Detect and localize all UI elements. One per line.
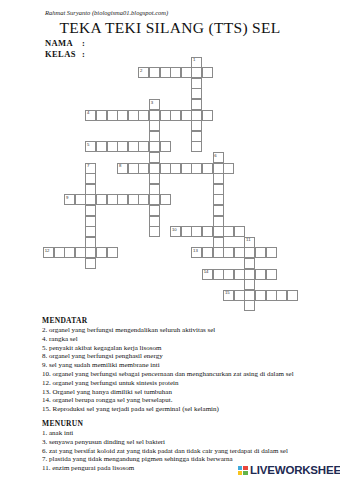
across-clue-list: 2. organel yang berfungsi mengendalikan …: [42, 326, 334, 414]
crossword-cell[interactable]: [266, 290, 277, 301]
crossword-cell[interactable]: [138, 194, 149, 205]
crossword-cell[interactable]: [202, 226, 213, 237]
crossword-cell[interactable]: [191, 141, 202, 152]
liveworksheets-footer: LIVEWORKSHEETS: [238, 465, 340, 476]
crossword-cell[interactable]: [213, 226, 224, 237]
crossword-cell[interactable]: [191, 226, 202, 237]
across-clue-3: 8. organel yang berfungsi penghasil ener…: [42, 352, 334, 361]
crossword-cell[interactable]: [266, 269, 277, 280]
crossword-cell[interactable]: [149, 173, 160, 184]
down-clue-2: 6. zat yang bersifat koloid zat yang tid…: [42, 447, 334, 456]
crossword-cell[interactable]: [244, 300, 255, 311]
crossword-cell[interactable]: [213, 184, 224, 195]
crossword-cell[interactable]: [191, 110, 202, 121]
crossword-cell-3[interactable]: 3: [149, 99, 160, 110]
crossword-cell[interactable]: [213, 163, 224, 174]
clue-number: 12: [45, 248, 50, 253]
clue-number: 3: [151, 100, 153, 105]
crossword-cell[interactable]: [54, 247, 65, 258]
crossword-cell[interactable]: [287, 290, 298, 301]
crossword-cell[interactable]: [255, 247, 266, 258]
crossword-cell[interactable]: [255, 290, 266, 301]
down-clue-0: 1. anak inti: [42, 429, 334, 438]
crossword-cell[interactable]: [213, 205, 224, 216]
crossword-cell[interactable]: [202, 247, 213, 258]
crossword-cell[interactable]: [128, 141, 139, 152]
crossword-cell[interactable]: [96, 247, 107, 258]
crossword-cell[interactable]: [213, 269, 224, 280]
clue-number: 15: [225, 290, 230, 295]
author-byline: Rahmat Suryanto (biologisma01.blogspot.c…: [45, 9, 168, 16]
crossword-cell[interactable]: [191, 88, 202, 99]
clue-number: 9: [66, 195, 68, 200]
across-clue-4: 9. sel yang sudah memiliki membrane inti: [42, 361, 334, 370]
crossword-cell-4[interactable]: 4: [85, 110, 96, 121]
across-heading: MENDATAR: [42, 316, 334, 326]
crossword-cell[interactable]: [160, 110, 171, 121]
crossword-cell[interactable]: [85, 173, 96, 184]
down-heading: MENURUN: [42, 419, 334, 429]
crossword-cell[interactable]: [213, 247, 224, 258]
crossword-cell[interactable]: [160, 67, 171, 78]
across-clues-section: MENDATAR 2. organel yang berfungsi menge…: [42, 316, 334, 414]
crossword-cell[interactable]: [191, 78, 202, 89]
down-clue-3: 7. plastida yang tidak mengandung pigmen…: [42, 455, 334, 464]
clue-number: 5: [87, 142, 89, 147]
crossword-cell[interactable]: [276, 290, 287, 301]
crossword-cell[interactable]: [138, 110, 149, 121]
crossword-cell[interactable]: [160, 141, 171, 152]
crossword-cell[interactable]: [234, 226, 245, 237]
crossword-cell[interactable]: [107, 141, 118, 152]
crossword-cell[interactable]: [85, 258, 96, 269]
crossword-cell-10[interactable]: 10: [170, 226, 181, 237]
crossword-cell-15[interactable]: 15: [223, 290, 234, 301]
crossword-cell[interactable]: [75, 247, 86, 258]
crossword-cell[interactable]: [149, 184, 160, 195]
icon-square: [238, 466, 242, 470]
crossword-cell-2[interactable]: 2: [138, 67, 149, 78]
crossword-cell[interactable]: [138, 141, 149, 152]
crossword-cell[interactable]: [234, 247, 245, 258]
crossword-cell[interactable]: [160, 163, 171, 174]
crossword-cell[interactable]: [202, 163, 213, 174]
crossword-cell[interactable]: [191, 67, 202, 78]
clue-number: 10: [172, 227, 177, 232]
crossword-cell[interactable]: [117, 194, 128, 205]
crossword-cell[interactable]: [213, 173, 224, 184]
crossword-cell[interactable]: [202, 110, 213, 121]
crossword-cell[interactable]: [170, 110, 181, 121]
crossword-cell[interactable]: [138, 163, 149, 174]
icon-square: [243, 471, 247, 475]
across-clue-7: 13. Organel yang hanya dimiliki sel tumb…: [42, 388, 334, 397]
clue-number: 1: [193, 57, 195, 62]
crossword-cell[interactable]: [128, 110, 139, 121]
crossword-cell[interactable]: [223, 269, 234, 280]
crossword-cell-9[interactable]: 9: [64, 194, 75, 205]
crossword-cell[interactable]: [191, 163, 202, 174]
crossword-cell[interactable]: [96, 141, 107, 152]
crossword-cell[interactable]: [149, 110, 160, 121]
crossword-cell[interactable]: [128, 163, 139, 174]
across-clue-8: 14. organel berupa rongga sel yang berse…: [42, 396, 334, 405]
crossword-cell[interactable]: [85, 194, 96, 205]
crossword-cell[interactable]: [191, 131, 202, 142]
crossword-cell[interactable]: [191, 99, 202, 110]
clue-number: 14: [204, 269, 209, 274]
clue-number: 11: [246, 237, 250, 242]
crossword-cell[interactable]: [128, 194, 139, 205]
crossword-cell[interactable]: [160, 194, 171, 205]
across-clue-5: 10. organel yang berfungsi sebagai pence…: [42, 370, 334, 379]
crossword-cell[interactable]: [170, 163, 181, 174]
crossword-cell[interactable]: [149, 194, 160, 205]
icon-square: [243, 466, 247, 470]
crossword-cell[interactable]: [244, 258, 255, 269]
crossword-cell-1[interactable]: 1: [191, 57, 202, 68]
crossword-cell[interactable]: [149, 216, 160, 227]
crossword-cell[interactable]: [149, 120, 160, 131]
crossword-cell-8[interactable]: 8: [117, 163, 128, 174]
page-title: TEKA TEKI SILANG (TTS) SEL: [0, 19, 340, 37]
clue-number: 8: [119, 163, 121, 168]
crossword-cell-12[interactable]: 12: [43, 247, 54, 258]
crossword-cell[interactable]: [107, 194, 118, 205]
crossword-cell[interactable]: [85, 216, 96, 227]
across-clue-2: 5. penyakit akibat kegagalan kerja lisos…: [42, 344, 334, 353]
liveworksheets-wordmark: LIVEWORKSHEETS: [250, 465, 340, 476]
icon-square: [238, 471, 242, 475]
crossword-cell[interactable]: [213, 237, 224, 248]
crossword-cell[interactable]: [149, 152, 160, 163]
crossword-cell[interactable]: [75, 194, 86, 205]
crossword-cell[interactable]: [149, 205, 160, 216]
across-clue-1: 4. rangka sel: [42, 335, 334, 344]
liveworksheets-icon: [238, 466, 248, 476]
clue-number: 2: [140, 68, 142, 73]
name-row: NAMA:: [45, 38, 85, 48]
crossword-cell[interactable]: [96, 194, 107, 205]
crossword-cell[interactable]: [213, 216, 224, 227]
crossword-cell[interactable]: [181, 163, 192, 174]
name-label: NAMA: [45, 38, 82, 48]
crossword-cell[interactable]: [202, 67, 213, 78]
crossword-cell[interactable]: [181, 110, 192, 121]
crossword-cell-14[interactable]: 14: [202, 269, 213, 280]
crossword-cell[interactable]: [85, 247, 96, 258]
crossword-cell[interactable]: [85, 237, 96, 248]
crossword-cell[interactable]: [96, 110, 107, 121]
crossword-cell[interactable]: [85, 184, 96, 195]
crossword-cell[interactable]: [234, 269, 245, 280]
crossword-cell[interactable]: [117, 110, 128, 121]
clue-number: 13: [193, 248, 198, 253]
crossword-cell[interactable]: [64, 247, 75, 258]
across-clue-9: 15. Reproduksi sel yang terjadi pada sel…: [42, 405, 334, 414]
crossword-cell[interactable]: [244, 290, 255, 301]
crossword-cell-6[interactable]: 6: [213, 152, 224, 163]
crossword-cell[interactable]: [191, 120, 202, 131]
clue-number: 4: [87, 110, 89, 115]
crossword-cell[interactable]: [223, 247, 234, 258]
crossword-cell[interactable]: [223, 226, 234, 237]
across-clue-6: 12. organel yang berfungsi untuk sintesi…: [42, 379, 334, 388]
down-clue-1: 3. senyawa penyusun dinding sel sel bakt…: [42, 438, 334, 447]
across-clue-0: 2. organel yang berfungsi mengendalikan …: [42, 326, 334, 335]
crossword-cell[interactable]: [223, 163, 234, 174]
crossword-cell-7[interactable]: 7: [85, 163, 96, 174]
crossword-cell[interactable]: [234, 290, 245, 301]
crossword-cell[interactable]: [107, 110, 118, 121]
crossword-cell[interactable]: [244, 247, 255, 258]
crossword-cell[interactable]: [149, 163, 160, 174]
crossword-cell[interactable]: [149, 226, 160, 237]
clue-number: 6: [214, 153, 216, 158]
crossword-cell[interactable]: [149, 131, 160, 142]
crossword-grid: 123456789101112131415: [43, 57, 298, 312]
crossword-cell-5[interactable]: 5: [85, 141, 96, 152]
crossword-cell-11[interactable]: 11: [244, 237, 255, 248]
name-colon: :: [82, 38, 85, 48]
crossword-cell[interactable]: [170, 67, 181, 78]
crossword-cell[interactable]: [181, 67, 192, 78]
crossword-cell-13[interactable]: 13: [191, 247, 202, 258]
crossword-cell[interactable]: [149, 141, 160, 152]
crossword-cell[interactable]: [244, 279, 255, 290]
crossword-cell[interactable]: [149, 67, 160, 78]
crossword-cell[interactable]: [266, 247, 277, 258]
crossword-cell[interactable]: [85, 226, 96, 237]
crossword-cell[interactable]: [117, 141, 128, 152]
clue-number: 7: [87, 163, 89, 168]
crossword-cell[interactable]: [107, 247, 118, 258]
crossword-cell[interactable]: [213, 194, 224, 205]
crossword-cell[interactable]: [255, 269, 266, 280]
crossword-cell[interactable]: [85, 205, 96, 216]
crossword-cell[interactable]: [181, 226, 192, 237]
crossword-cell[interactable]: [244, 269, 255, 280]
